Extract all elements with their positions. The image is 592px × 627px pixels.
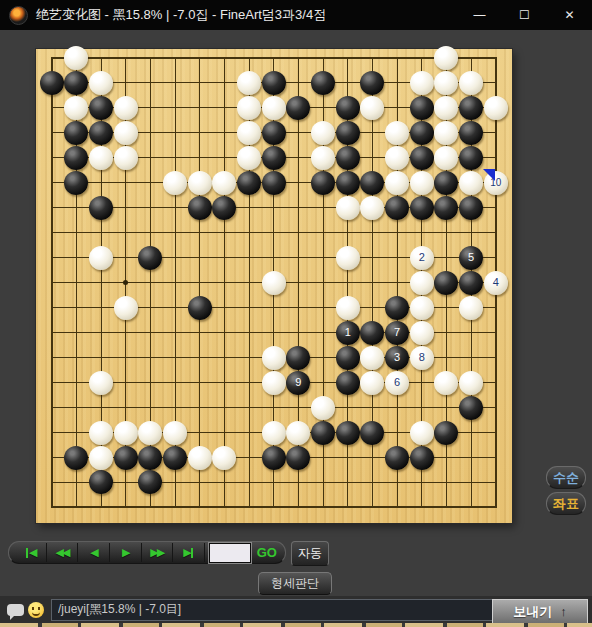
black-stone — [385, 446, 409, 470]
black-stone — [360, 171, 384, 195]
to-end-icon — [191, 548, 193, 558]
black-stone — [64, 121, 88, 145]
black-stone — [434, 196, 458, 220]
black-stone — [89, 96, 113, 120]
white-stone — [89, 446, 113, 470]
white-stone — [138, 421, 162, 445]
white-stone — [237, 71, 261, 95]
go-board[interactable]: 10254173896 — [36, 49, 512, 523]
white-stone — [459, 71, 483, 95]
white-stone — [237, 96, 261, 120]
black-stone — [138, 470, 162, 494]
white-stone — [360, 196, 384, 220]
move-number-label: 1 — [345, 327, 351, 338]
fast-back-icon: ◀◀ — [55, 546, 68, 559]
white-stone — [163, 421, 187, 445]
smiley-icon[interactable] — [28, 602, 44, 618]
black-stone — [89, 121, 113, 145]
move-number-label: 6 — [394, 377, 400, 388]
white-stone — [385, 121, 409, 145]
black-stone — [434, 421, 458, 445]
to-start-icon — [26, 548, 28, 558]
navigation-toolbar: ◀ ◀◀ ◀ ▶ ▶▶ ▶ GO — [8, 541, 286, 564]
black-stone — [64, 71, 88, 95]
black-stone — [410, 446, 434, 470]
white-stone — [434, 96, 458, 120]
white-stone — [286, 421, 310, 445]
white-stone — [114, 421, 138, 445]
coordinates-button[interactable]: 좌표 — [546, 492, 586, 515]
white-stone — [311, 121, 335, 145]
black-stone — [459, 96, 483, 120]
black-stone — [262, 146, 286, 170]
chat-bubble-icon[interactable] — [7, 604, 24, 616]
move-number-label: 8 — [419, 352, 425, 363]
back-button[interactable]: ◀ — [78, 543, 110, 562]
forward-icon: ▶ — [122, 546, 128, 559]
black-stone — [188, 296, 212, 320]
white-stone — [262, 96, 286, 120]
black-stone — [40, 71, 64, 95]
white-stone — [410, 71, 434, 95]
to-start-button[interactable]: ◀ — [15, 543, 47, 562]
black-stone: 5 — [459, 246, 483, 270]
white-stone — [114, 296, 138, 320]
black-stone — [459, 396, 483, 420]
black-stone — [237, 171, 261, 195]
fast-back-button[interactable]: ◀◀ — [47, 543, 79, 562]
white-stone — [64, 46, 88, 70]
black-stone: 9 — [286, 371, 310, 395]
move-number-label: 2 — [419, 252, 425, 263]
white-stone — [262, 421, 286, 445]
black-stone — [262, 446, 286, 470]
variation-marker-triangle-icon — [483, 169, 495, 181]
black-stone — [336, 146, 360, 170]
go-button[interactable]: GO — [257, 545, 279, 560]
white-stone — [262, 346, 286, 370]
title-bar[interactable]: 绝艺变化图 - 黑15.8% | -7.0집 - FineArt덤3과3/4점 … — [0, 0, 592, 30]
white-stone — [64, 96, 88, 120]
black-stone — [459, 121, 483, 145]
white-stone: 4 — [484, 271, 508, 295]
white-stone — [434, 146, 458, 170]
black-stone — [64, 146, 88, 170]
white-stone — [311, 146, 335, 170]
white-stone — [114, 96, 138, 120]
black-stone — [385, 196, 409, 220]
black-stone — [410, 121, 434, 145]
white-stone — [311, 396, 335, 420]
app-window: 绝艺变化图 - 黑15.8% | -7.0집 - FineArt덤3과3/4점 … — [0, 0, 592, 627]
minimize-icon[interactable]: — — [457, 0, 502, 30]
white-stone — [262, 271, 286, 295]
black-stone — [262, 71, 286, 95]
white-stone — [434, 71, 458, 95]
move-number-label: 5 — [468, 252, 474, 263]
black-stone — [336, 421, 360, 445]
white-stone — [89, 246, 113, 270]
send-button[interactable]: 보내기 ↑ — [492, 599, 588, 624]
white-stone — [385, 171, 409, 195]
white-stone — [114, 146, 138, 170]
black-stone — [89, 470, 113, 494]
white-stone — [385, 146, 409, 170]
white-stone — [212, 171, 236, 195]
forward-button[interactable]: ▶ — [110, 543, 142, 562]
black-stone — [262, 171, 286, 195]
window-title: 绝艺变化图 - 黑15.8% | -7.0집 - FineArt덤3과3/4점 — [36, 6, 326, 24]
white-stone — [360, 346, 384, 370]
black-stone — [163, 446, 187, 470]
fast-forward-icon: ▶▶ — [150, 546, 163, 559]
white-stone: 6 — [385, 371, 409, 395]
black-stone: 7 — [385, 321, 409, 345]
close-icon[interactable]: ✕ — [547, 0, 592, 30]
white-stone — [434, 46, 458, 70]
move-number-label: 3 — [394, 352, 400, 363]
white-stone — [434, 121, 458, 145]
white-stone — [360, 96, 384, 120]
black-stone — [262, 121, 286, 145]
black-stone — [311, 421, 335, 445]
white-stone — [410, 296, 434, 320]
white-stone — [336, 246, 360, 270]
white-stone — [89, 371, 113, 395]
black-stone — [410, 146, 434, 170]
black-stone — [410, 196, 434, 220]
black-stone — [64, 446, 88, 470]
back-icon: ◀ — [90, 546, 96, 559]
white-stone — [237, 121, 261, 145]
white-stone — [89, 146, 113, 170]
black-stone — [286, 346, 310, 370]
black-stone — [410, 96, 434, 120]
white-stone: 2 — [410, 246, 434, 270]
auto-play-button[interactable]: 자동 — [291, 541, 329, 566]
send-arrow-icon: ↑ — [560, 604, 567, 619]
to-end-button[interactable]: ▶ — [173, 543, 205, 562]
move-number-input[interactable] — [209, 543, 251, 563]
black-stone — [138, 446, 162, 470]
app-logo-icon — [9, 6, 28, 25]
white-stone — [410, 421, 434, 445]
black-stone: 1 — [336, 321, 360, 345]
white-stone — [459, 371, 483, 395]
maximize-icon[interactable]: ☐ — [502, 0, 547, 30]
black-stone — [114, 446, 138, 470]
white-stone — [459, 171, 483, 195]
black-stone — [434, 271, 458, 295]
black-stone — [360, 421, 384, 445]
black-stone — [311, 71, 335, 95]
black-stone — [64, 171, 88, 195]
white-stone — [89, 421, 113, 445]
white-stone — [360, 371, 384, 395]
move-numbers-button[interactable]: 수순 — [546, 466, 586, 489]
white-stone — [336, 296, 360, 320]
white-stone — [410, 171, 434, 195]
move-number-label: 9 — [295, 377, 301, 388]
black-stone — [336, 96, 360, 120]
grid-line — [51, 506, 497, 508]
black-stone — [212, 196, 236, 220]
black-stone — [336, 121, 360, 145]
white-stone: 8 — [410, 346, 434, 370]
white-stone — [410, 271, 434, 295]
black-stone — [138, 246, 162, 270]
white-stone — [188, 446, 212, 470]
black-stone — [336, 346, 360, 370]
black-stone — [385, 296, 409, 320]
white-stone — [114, 121, 138, 145]
black-stone: 3 — [385, 346, 409, 370]
black-stone — [360, 71, 384, 95]
position-judgement-button[interactable]: 형세판단 — [258, 572, 332, 595]
black-stone — [459, 196, 483, 220]
black-stone — [434, 171, 458, 195]
black-stone — [311, 171, 335, 195]
star-point — [123, 280, 128, 285]
white-stone — [89, 71, 113, 95]
white-stone — [188, 171, 212, 195]
chat-input[interactable] — [51, 599, 497, 621]
white-stone — [163, 171, 187, 195]
black-stone — [286, 96, 310, 120]
black-stone — [336, 171, 360, 195]
fast-forward-button[interactable]: ▶▶ — [142, 543, 174, 562]
white-stone — [212, 446, 236, 470]
background-window-edge — [0, 623, 592, 627]
black-stone — [89, 196, 113, 220]
black-stone — [459, 146, 483, 170]
black-stone — [286, 446, 310, 470]
white-stone — [262, 371, 286, 395]
black-stone — [336, 371, 360, 395]
grid-line — [51, 482, 497, 483]
black-stone — [188, 196, 212, 220]
white-stone — [237, 146, 261, 170]
white-stone — [434, 371, 458, 395]
white-stone — [410, 321, 434, 345]
white-stone — [336, 196, 360, 220]
move-number-label: 4 — [493, 277, 499, 288]
grid-line — [51, 407, 497, 408]
white-stone — [484, 96, 508, 120]
white-stone — [459, 296, 483, 320]
black-stone — [360, 321, 384, 345]
move-number-label: 7 — [394, 327, 400, 338]
black-stone — [459, 271, 483, 295]
